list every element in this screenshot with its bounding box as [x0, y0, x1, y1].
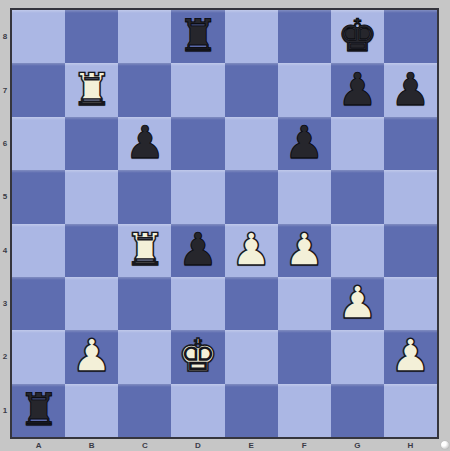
square-e5[interactable]: [225, 170, 278, 223]
square-e7[interactable]: [225, 63, 278, 116]
rank-label-8: 8: [0, 10, 10, 63]
piece-black-rook-d8[interactable]: ♜: [178, 13, 218, 58]
square-c6[interactable]: ♟: [118, 117, 171, 170]
square-f8[interactable]: [278, 10, 331, 63]
rank-label-7: 7: [0, 63, 10, 116]
square-h5[interactable]: [384, 170, 437, 223]
square-d7[interactable]: [171, 63, 224, 116]
square-g8[interactable]: ♚: [331, 10, 384, 63]
square-f2[interactable]: [278, 330, 331, 383]
piece-black-pawn-c6[interactable]: ♟: [125, 120, 165, 165]
piece-white-king-d2[interactable]: ♚: [178, 333, 218, 378]
chess-board: ♜♚♜♟♟♟♟♜♟♟♟♟♟♚♟♜: [12, 10, 437, 437]
square-h3[interactable]: [384, 277, 437, 330]
square-c1[interactable]: [118, 384, 171, 437]
square-h4[interactable]: [384, 224, 437, 277]
board-frame: ♜♚♜♟♟♟♟♜♟♟♟♟♟♚♟♜: [10, 8, 439, 439]
file-label-c: C: [118, 439, 171, 451]
square-b8[interactable]: [65, 10, 118, 63]
resize-grip-icon[interactable]: [441, 441, 449, 449]
square-a6[interactable]: [12, 117, 65, 170]
square-d5[interactable]: [171, 170, 224, 223]
rank-label-1: 1: [0, 384, 10, 437]
square-b3[interactable]: [65, 277, 118, 330]
file-label-f: F: [278, 439, 331, 451]
square-a2[interactable]: [12, 330, 65, 383]
square-h2[interactable]: ♟: [384, 330, 437, 383]
square-b4[interactable]: [65, 224, 118, 277]
square-f4[interactable]: ♟: [278, 224, 331, 277]
square-d2[interactable]: ♚: [171, 330, 224, 383]
square-c3[interactable]: [118, 277, 171, 330]
piece-white-pawn-f4[interactable]: ♟: [284, 227, 324, 272]
rank-label-5: 5: [0, 170, 10, 223]
square-a3[interactable]: [12, 277, 65, 330]
square-b5[interactable]: [65, 170, 118, 223]
file-label-g: G: [331, 439, 384, 451]
square-a1[interactable]: ♜: [12, 384, 65, 437]
square-c7[interactable]: [118, 63, 171, 116]
square-f6[interactable]: ♟: [278, 117, 331, 170]
square-g5[interactable]: [331, 170, 384, 223]
square-f7[interactable]: [278, 63, 331, 116]
piece-white-pawn-b2[interactable]: ♟: [72, 333, 112, 378]
piece-black-rook-a1[interactable]: ♜: [18, 387, 58, 432]
piece-black-pawn-f6[interactable]: ♟: [284, 120, 324, 165]
square-b7[interactable]: ♜: [65, 63, 118, 116]
rank-label-3: 3: [0, 277, 10, 330]
rank-label-2: 2: [0, 330, 10, 383]
piece-black-pawn-d4[interactable]: ♟: [178, 227, 218, 272]
piece-black-pawn-g7[interactable]: ♟: [337, 67, 377, 112]
square-c8[interactable]: [118, 10, 171, 63]
piece-white-rook-c4[interactable]: ♜: [125, 227, 165, 272]
file-label-e: E: [225, 439, 278, 451]
piece-white-rook-b7[interactable]: ♜: [72, 67, 112, 112]
file-label-d: D: [171, 439, 224, 451]
file-label-h: H: [384, 439, 437, 451]
square-f3[interactable]: [278, 277, 331, 330]
square-e4[interactable]: ♟: [225, 224, 278, 277]
square-d4[interactable]: ♟: [171, 224, 224, 277]
square-d6[interactable]: [171, 117, 224, 170]
piece-black-king-g8[interactable]: ♚: [337, 13, 377, 58]
piece-white-pawn-g3[interactable]: ♟: [337, 280, 377, 325]
piece-white-pawn-e4[interactable]: ♟: [231, 227, 271, 272]
square-h8[interactable]: [384, 10, 437, 63]
file-label-b: B: [65, 439, 118, 451]
rank-label-6: 6: [0, 117, 10, 170]
square-g4[interactable]: [331, 224, 384, 277]
rank-labels: 87654321: [0, 10, 10, 437]
piece-black-pawn-h7[interactable]: ♟: [390, 67, 430, 112]
rank-label-4: 4: [0, 224, 10, 277]
square-g2[interactable]: [331, 330, 384, 383]
square-g7[interactable]: ♟: [331, 63, 384, 116]
square-a5[interactable]: [12, 170, 65, 223]
square-b2[interactable]: ♟: [65, 330, 118, 383]
file-labels: ABCDEFGH: [12, 439, 437, 451]
square-b6[interactable]: [65, 117, 118, 170]
square-e8[interactable]: [225, 10, 278, 63]
square-f5[interactable]: [278, 170, 331, 223]
square-f1[interactable]: [278, 384, 331, 437]
square-c2[interactable]: [118, 330, 171, 383]
square-b1[interactable]: [65, 384, 118, 437]
file-label-a: A: [12, 439, 65, 451]
square-a7[interactable]: [12, 63, 65, 116]
square-d3[interactable]: [171, 277, 224, 330]
square-d8[interactable]: ♜: [171, 10, 224, 63]
square-e2[interactable]: [225, 330, 278, 383]
square-e6[interactable]: [225, 117, 278, 170]
square-g3[interactable]: ♟: [331, 277, 384, 330]
piece-white-pawn-h2[interactable]: ♟: [390, 333, 430, 378]
square-a4[interactable]: [12, 224, 65, 277]
square-c5[interactable]: [118, 170, 171, 223]
square-c4[interactable]: ♜: [118, 224, 171, 277]
square-a8[interactable]: [12, 10, 65, 63]
chess-app-window: 87654321 ♜♚♜♟♟♟♟♜♟♟♟♟♟♚♟♜ ABCDEFGH: [0, 0, 450, 451]
square-e3[interactable]: [225, 277, 278, 330]
square-e1[interactable]: [225, 384, 278, 437]
square-h6[interactable]: [384, 117, 437, 170]
square-g1[interactable]: [331, 384, 384, 437]
square-h1[interactable]: [384, 384, 437, 437]
square-g6[interactable]: [331, 117, 384, 170]
square-d1[interactable]: [171, 384, 224, 437]
square-h7[interactable]: ♟: [384, 63, 437, 116]
